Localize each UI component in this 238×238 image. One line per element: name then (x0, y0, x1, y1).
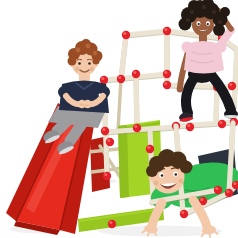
connector-ball (103, 172, 111, 180)
girl-shoe (224, 110, 238, 119)
boy-left-arm (152, 203, 162, 226)
connector-ball (108, 220, 116, 228)
connector-ball (146, 145, 154, 153)
connector-ball (122, 31, 130, 39)
connector-ball (218, 120, 226, 128)
scene-illustration (0, 0, 238, 238)
connector-ball (186, 123, 194, 131)
connector-ball (180, 210, 188, 218)
connector-ball (228, 82, 236, 90)
connector-ball (225, 189, 233, 197)
connector-ball (106, 138, 114, 146)
connector-ball (163, 81, 171, 89)
connector-ball (132, 70, 140, 78)
connector-ball (163, 27, 171, 35)
girl-right-leg (186, 78, 194, 113)
connector-ball (163, 70, 171, 78)
product-photo (0, 0, 238, 238)
connector-ball (133, 124, 141, 132)
girl-on-frame (177, 0, 238, 123)
connector-ball (117, 75, 125, 83)
connector-ball (214, 186, 222, 194)
connector-ball (101, 127, 109, 135)
girl-hand (177, 86, 184, 93)
